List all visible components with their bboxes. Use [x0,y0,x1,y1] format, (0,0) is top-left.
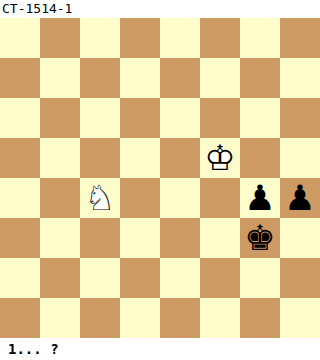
square-d5[interactable] [120,138,160,178]
square-a3[interactable] [0,218,40,258]
square-g6[interactable] [240,98,280,138]
square-e2[interactable] [160,258,200,298]
square-c4[interactable]: ♞♘ [80,178,120,218]
square-e1[interactable] [160,298,200,338]
square-h8[interactable] [280,18,320,58]
black-pawn-glyph: ♟ [240,178,280,218]
square-g1[interactable] [240,298,280,338]
square-g7[interactable] [240,58,280,98]
black-king[interactable]: ♚ [240,218,280,258]
square-f7[interactable] [200,58,240,98]
square-b7[interactable] [40,58,80,98]
square-d3[interactable] [120,218,160,258]
white-knight[interactable]: ♞♘ [80,178,120,218]
white-knight-outline: ♘ [80,178,120,218]
square-f6[interactable] [200,98,240,138]
square-f4[interactable] [200,178,240,218]
square-f2[interactable] [200,258,240,298]
square-a8[interactable] [0,18,40,58]
square-d6[interactable] [120,98,160,138]
square-h2[interactable] [280,258,320,298]
square-h4[interactable]: ♟ [280,178,320,218]
square-g4[interactable]: ♟ [240,178,280,218]
square-f1[interactable] [200,298,240,338]
white-king[interactable]: ♚♔ [200,138,240,178]
square-f8[interactable] [200,18,240,58]
square-c6[interactable] [80,98,120,138]
square-e7[interactable] [160,58,200,98]
puzzle-id-label: CT-1514-1 [0,0,320,18]
square-a4[interactable] [0,178,40,218]
square-c7[interactable] [80,58,120,98]
square-a5[interactable] [0,138,40,178]
square-e6[interactable] [160,98,200,138]
square-h3[interactable] [280,218,320,258]
square-a7[interactable] [0,58,40,98]
square-g5[interactable] [240,138,280,178]
square-c5[interactable] [80,138,120,178]
black-king-glyph: ♚ [240,218,280,258]
black-pawn[interactable]: ♟ [280,178,320,218]
square-b8[interactable] [40,18,80,58]
black-pawn-glyph: ♟ [280,178,320,218]
square-g2[interactable] [240,258,280,298]
square-h7[interactable] [280,58,320,98]
square-c2[interactable] [80,258,120,298]
square-b3[interactable] [40,218,80,258]
square-a2[interactable] [0,258,40,298]
square-f3[interactable] [200,218,240,258]
square-d2[interactable] [120,258,160,298]
square-e8[interactable] [160,18,200,58]
square-h6[interactable] [280,98,320,138]
square-b2[interactable] [40,258,80,298]
square-e3[interactable] [160,218,200,258]
square-c8[interactable] [80,18,120,58]
square-b5[interactable] [40,138,80,178]
square-g8[interactable] [240,18,280,58]
square-c1[interactable] [80,298,120,338]
black-pawn[interactable]: ♟ [240,178,280,218]
white-king-outline: ♔ [200,138,240,178]
square-e5[interactable] [160,138,200,178]
chess-board: ♚♔♞♘♟♟♚ [0,18,320,338]
move-prompt-label: 1... ? [0,338,320,360]
square-d8[interactable] [120,18,160,58]
square-f5[interactable]: ♚♔ [200,138,240,178]
square-d1[interactable] [120,298,160,338]
square-b4[interactable] [40,178,80,218]
square-d7[interactable] [120,58,160,98]
square-a1[interactable] [0,298,40,338]
chess-puzzle-page: CT-1514-1 ♚♔♞♘♟♟♚ 1... ? [0,0,320,360]
square-d4[interactable] [120,178,160,218]
square-b1[interactable] [40,298,80,338]
square-e4[interactable] [160,178,200,218]
square-g3[interactable]: ♚ [240,218,280,258]
square-h5[interactable] [280,138,320,178]
square-a6[interactable] [0,98,40,138]
square-h1[interactable] [280,298,320,338]
square-c3[interactable] [80,218,120,258]
square-b6[interactable] [40,98,80,138]
